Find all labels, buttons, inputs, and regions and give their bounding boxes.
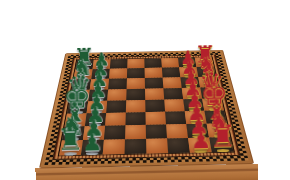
perspective-scene: ♜♟♟♜♞♟♟♞♝♟♟♝♛♟♟♛♚♟♟♚♝♟♟♝♞♟♟♞♜♟♟♜ [0, 0, 290, 180]
square-g5[interactable] [146, 125, 167, 139]
sawtooth-trim: ♜♟♟♜♞♟♟♞♝♟♟♝♛♟♟♛♚♟♟♚♝♟♟♝♞♟♟♞♜♟♟♜ [44, 52, 248, 165]
square-e4[interactable] [126, 100, 146, 112]
chess-board-box: ♜♟♟♜♞♟♟♞♝♟♟♝♛♟♟♛♚♟♟♚♝♟♟♝♞♟♟♞♜♟♟♜ [39, 50, 254, 169]
square-f4[interactable] [125, 112, 145, 125]
square-a4[interactable] [127, 59, 144, 69]
square-d6[interactable] [163, 88, 183, 100]
board-leather-border: ♜♟♟♜♞♟♟♞♝♟♟♝♛♟♟♛♚♟♟♚♝♟♟♝♞♟♟♞♜♟♟♜ [39, 50, 254, 169]
square-f6[interactable] [165, 111, 186, 124]
drop-shadow [42, 165, 248, 175]
black-pawn[interactable]: ♟ [190, 129, 211, 152]
square-h5[interactable] [146, 138, 168, 153]
white-pawn[interactable]: ♟ [81, 131, 102, 154]
square-b5[interactable] [145, 68, 163, 78]
square-f3[interactable] [105, 112, 126, 125]
square-d4[interactable] [126, 89, 145, 101]
square-e3[interactable] [106, 100, 126, 112]
square-a3[interactable] [110, 59, 128, 69]
square-h7[interactable]: ♟ [188, 137, 212, 152]
square-c4[interactable] [127, 78, 145, 89]
square-e5[interactable] [145, 100, 165, 112]
square-c5[interactable] [145, 78, 164, 89]
square-h2[interactable]: ♟ [81, 140, 104, 155]
square-d3[interactable] [107, 89, 126, 101]
square-d5[interactable] [145, 88, 164, 100]
square-h3[interactable] [103, 139, 125, 154]
square-b4[interactable] [127, 68, 145, 78]
square-e6[interactable] [164, 99, 185, 111]
square-b3[interactable] [109, 68, 127, 78]
square-b6[interactable] [162, 67, 181, 77]
square-c6[interactable] [163, 77, 182, 88]
camera-tilt-wrapper: ♜♟♟♜♞♟♟♞♝♟♟♝♛♟♟♛♚♟♟♚♝♟♟♝♞♟♟♞♜♟♟♜ [0, 0, 290, 180]
square-g3[interactable] [104, 125, 125, 139]
product-photo-stage: ♜♟♟♜♞♟♟♞♝♟♟♝♛♟♟♛♚♟♟♚♝♟♟♝♞♟♟♞♜♟♟♜ [0, 0, 290, 180]
square-g6[interactable] [166, 124, 188, 138]
square-a6[interactable] [161, 58, 179, 68]
square-c3[interactable] [108, 78, 127, 89]
square-g4[interactable] [125, 125, 146, 139]
white-rook[interactable]: ♜ [56, 124, 83, 154]
square-h4[interactable] [125, 139, 147, 154]
square-h1[interactable]: ♜ [59, 140, 83, 155]
patterned-trim: ♜♟♟♜♞♟♟♞♝♟♟♝♛♟♟♛♚♟♟♚♝♟♟♝♞♟♟♞♜♟♟♜ [53, 55, 241, 160]
square-h6[interactable] [167, 138, 190, 153]
chess-grid: ♜♟♟♜♞♟♟♞♝♟♟♝♛♟♟♛♚♟♟♚♝♟♟♝♞♟♟♞♜♟♟♜ [59, 57, 233, 155]
square-a5[interactable] [144, 58, 162, 68]
black-rook[interactable]: ♜ [209, 121, 236, 151]
square-f5[interactable] [145, 112, 166, 125]
square-h8[interactable]: ♜ [209, 137, 233, 152]
